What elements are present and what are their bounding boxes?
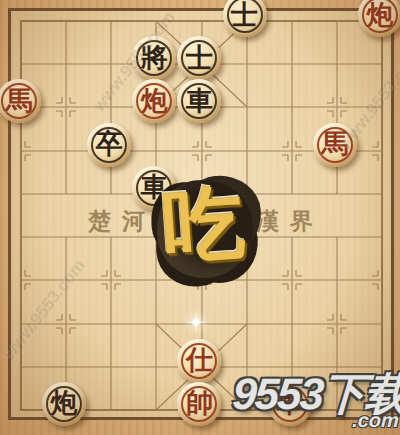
board-point-7-6[interactable] xyxy=(314,259,359,302)
piece-glyph: 帥 xyxy=(177,382,221,426)
board-point-2-5[interactable] xyxy=(89,216,134,259)
piece-red[interactable]: 馬 xyxy=(313,123,357,167)
piece-glyph: 士 xyxy=(177,36,221,80)
board-point-2-6[interactable] xyxy=(89,259,134,302)
board-point-3-9[interactable] xyxy=(134,388,179,431)
piece-red[interactable]: 仕 xyxy=(177,339,221,383)
board-point-0-8[interactable] xyxy=(0,345,44,388)
board-point-5-7[interactable] xyxy=(224,302,269,345)
board-point-7-4[interactable] xyxy=(314,172,359,215)
piece-red[interactable]: 馬 xyxy=(0,79,41,123)
board-point-8-7[interactable] xyxy=(359,302,400,345)
board-point-8-5[interactable] xyxy=(359,216,400,259)
piece-glyph: 炮 xyxy=(132,79,176,123)
board-point-1-6[interactable] xyxy=(44,259,89,302)
piece-red[interactable]: 帥 xyxy=(177,382,221,426)
board-point-1-2[interactable] xyxy=(44,86,89,129)
board-point-2-7[interactable] xyxy=(89,302,134,345)
watermark-site: 9553下载 .com xyxy=(231,375,400,429)
board-point-3-2[interactable]: 炮 xyxy=(134,86,179,129)
board-point-0-7[interactable] xyxy=(0,302,44,345)
board-point-2-8[interactable] xyxy=(89,345,134,388)
board-point-7-1[interactable] xyxy=(314,43,359,86)
piece-glyph: 炮 xyxy=(358,0,400,37)
board-point-0-6[interactable] xyxy=(0,259,44,302)
piece-glyph: 炮 xyxy=(42,382,86,426)
board-point-4-9[interactable]: 帥 xyxy=(179,388,224,431)
board-point-8-4[interactable] xyxy=(359,172,400,215)
piece-black[interactable]: 士 xyxy=(223,0,267,37)
board-point-0-5[interactable] xyxy=(0,216,44,259)
board-point-5-2[interactable] xyxy=(224,86,269,129)
board-point-6-2[interactable] xyxy=(269,86,314,129)
board-point-8-0[interactable]: 炮 xyxy=(359,0,400,43)
piece-glyph: 將 xyxy=(132,36,176,80)
board-point-6-4[interactable] xyxy=(269,172,314,215)
piece-glyph: 卒 xyxy=(87,123,131,167)
board-point-4-2[interactable]: 車 xyxy=(179,86,224,129)
board-point-7-3[interactable]: 馬 xyxy=(314,129,359,172)
board-point-2-4[interactable] xyxy=(89,172,134,215)
watermark-site-name: 9553下载 xyxy=(232,375,400,412)
board-point-1-4[interactable] xyxy=(44,172,89,215)
piece-glyph: 士 xyxy=(223,0,267,37)
board-point-1-1[interactable] xyxy=(44,43,89,86)
board-point-2-3[interactable]: 卒 xyxy=(89,129,134,172)
board-point-6-0[interactable] xyxy=(269,0,314,43)
piece-glyph: 馬 xyxy=(0,79,41,123)
board-point-8-6[interactable] xyxy=(359,259,400,302)
piece-black[interactable]: 卒 xyxy=(87,123,131,167)
board-point-1-0[interactable] xyxy=(44,0,89,43)
board-point-8-3[interactable] xyxy=(359,129,400,172)
piece-black[interactable]: 炮 xyxy=(42,382,86,426)
piece-black[interactable]: 車 xyxy=(177,79,221,123)
board-point-1-7[interactable] xyxy=(44,302,89,345)
board-point-2-0[interactable] xyxy=(89,0,134,43)
board-point-1-9[interactable]: 炮 xyxy=(44,388,89,431)
board-point-2-1[interactable] xyxy=(89,43,134,86)
board-point-0-0[interactable] xyxy=(0,0,44,43)
xiangqi-app-screen: 楚河 漢界 士炮將士馬炮車卒馬車仕炮帥車 吃 www.9553.com www.… xyxy=(0,0,400,435)
board-point-6-6[interactable] xyxy=(269,259,314,302)
piece-black[interactable]: 將 xyxy=(132,36,176,80)
board-point-1-3[interactable] xyxy=(44,129,89,172)
board-point-3-7[interactable] xyxy=(134,302,179,345)
board-point-6-7[interactable] xyxy=(269,302,314,345)
sparkle-core xyxy=(191,317,201,327)
board-point-7-0[interactable] xyxy=(314,0,359,43)
board-point-0-2[interactable]: 馬 xyxy=(0,86,44,129)
board-point-2-9[interactable] xyxy=(89,388,134,431)
board-point-0-4[interactable] xyxy=(0,172,44,215)
board-point-7-5[interactable] xyxy=(314,216,359,259)
board-point-1-5[interactable] xyxy=(44,216,89,259)
board-point-6-3[interactable] xyxy=(269,129,314,172)
piece-glyph: 車 xyxy=(177,79,221,123)
board-point-8-1[interactable] xyxy=(359,43,400,86)
board-point-6-1[interactable] xyxy=(269,43,314,86)
board-point-4-3[interactable] xyxy=(179,129,224,172)
board-point-5-3[interactable] xyxy=(224,129,269,172)
board-point-5-1[interactable] xyxy=(224,43,269,86)
piece-black[interactable]: 士 xyxy=(177,36,221,80)
board-point-3-8[interactable] xyxy=(134,345,179,388)
board-point-0-3[interactable] xyxy=(0,129,44,172)
piece-red[interactable]: 炮 xyxy=(132,79,176,123)
piece-red[interactable]: 炮 xyxy=(358,0,400,37)
board-point-0-9[interactable] xyxy=(0,388,44,431)
piece-glyph: 馬 xyxy=(313,123,357,167)
piece-glyph: 仕 xyxy=(177,339,221,383)
board-point-5-0[interactable]: 士 xyxy=(224,0,269,43)
board-point-7-7[interactable] xyxy=(314,302,359,345)
board-point-8-2[interactable] xyxy=(359,86,400,129)
board-point-6-5[interactable] xyxy=(269,216,314,259)
capture-stamp-character: 吃 xyxy=(151,182,256,271)
